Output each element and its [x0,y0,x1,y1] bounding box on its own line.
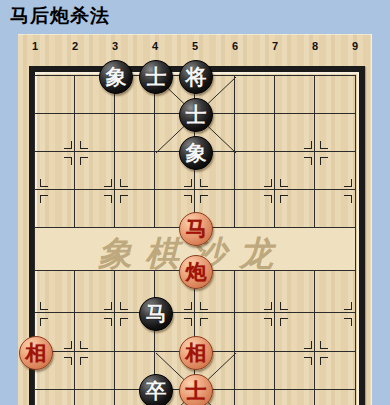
point-marker [320,157,328,165]
piece-glyph: 马 [146,304,167,325]
point-marker [80,341,88,349]
point-marker [264,318,272,326]
point-marker [304,141,312,149]
piece-glyph: 象 [106,67,127,88]
piece-glyph: 相 [186,343,207,364]
point-marker [320,357,328,365]
point-marker [64,157,72,165]
piece-red-elephant[interactable]: 相 [19,336,53,370]
column-label-3: 3 [112,40,118,52]
page-title: 马后炮杀法 [10,3,110,29]
point-marker [40,179,48,187]
point-marker [264,179,272,187]
point-marker [64,357,72,365]
piece-black-elephant[interactable]: 象 [179,136,213,170]
piece-black-general[interactable]: 将 [179,60,213,94]
point-marker [200,179,208,187]
column-label-9: 9 [352,40,358,52]
piece-glyph: 炮 [186,262,207,283]
piece-black-soldier[interactable]: 卒 [139,374,173,405]
piece-glyph: 士 [186,105,207,126]
piece-glyph: 士 [186,381,207,402]
piece-glyph: 卒 [146,381,167,402]
piece-red-cannon[interactable]: 炮 [179,255,213,289]
point-marker [80,157,88,165]
point-marker [304,157,312,165]
column-label-2: 2 [72,40,78,52]
piece-black-elephant[interactable]: 象 [99,60,133,94]
point-marker [344,318,352,326]
point-marker [280,179,288,187]
point-marker [104,302,112,310]
point-marker [344,302,352,310]
column-label-5: 5 [192,40,198,52]
column-label-8: 8 [312,40,318,52]
point-marker [344,195,352,203]
column-labels: 123456789 [18,34,372,56]
point-marker [120,302,128,310]
point-marker [304,357,312,365]
column-label-6: 6 [232,40,238,52]
point-marker [120,179,128,187]
point-marker [344,179,352,187]
point-marker [80,141,88,149]
point-marker [264,195,272,203]
piece-glyph: 马 [186,219,207,240]
point-marker [304,341,312,349]
point-marker [64,341,72,349]
point-marker [184,302,192,310]
point-marker [280,195,288,203]
point-marker [104,179,112,187]
point-marker [200,195,208,203]
point-marker [184,195,192,203]
board-grid[interactable]: 象棋沙龙象士将士象马炮马相相卒士 [34,75,356,405]
point-marker [120,318,128,326]
point-marker [40,318,48,326]
piece-red-elephant[interactable]: 相 [179,336,213,370]
point-marker [320,141,328,149]
piece-glyph: 象 [186,143,207,164]
xiangqi-board: 123456789 象棋沙龙象士将士象马炮马相相卒士 [18,34,372,405]
piece-glyph: 相 [26,343,47,364]
point-marker [104,318,112,326]
point-marker [120,195,128,203]
column-label-1: 1 [32,40,38,52]
piece-black-horse[interactable]: 马 [139,297,173,331]
piece-glyph: 将 [186,67,207,88]
point-marker [280,318,288,326]
point-marker [280,302,288,310]
point-marker [320,341,328,349]
point-marker [40,195,48,203]
column-label-4: 4 [152,40,158,52]
point-marker [200,318,208,326]
point-marker [104,195,112,203]
point-marker [184,179,192,187]
column-label-7: 7 [272,40,278,52]
piece-red-horse[interactable]: 马 [179,212,213,246]
point-marker [264,302,272,310]
point-marker [80,357,88,365]
piece-black-advisor[interactable]: 士 [179,98,213,132]
piece-glyph: 士 [146,67,167,88]
point-marker [184,318,192,326]
point-marker [200,302,208,310]
piece-black-advisor[interactable]: 士 [139,60,173,94]
piece-red-advisor[interactable]: 士 [179,374,213,405]
point-marker [64,141,72,149]
point-marker [40,302,48,310]
page: 马后炮杀法 123456789 象棋沙龙象士将士象马炮马相相卒士 [0,0,390,405]
